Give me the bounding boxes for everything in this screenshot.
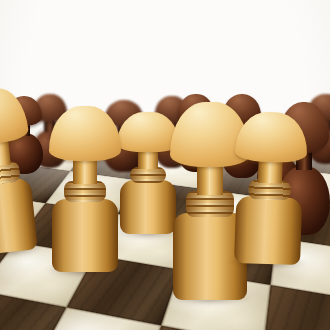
light-piece-cap <box>0 86 29 146</box>
light-piece-base <box>52 199 119 272</box>
chess-photo-scene <box>0 0 330 330</box>
light-piece[interactable] <box>47 106 123 272</box>
pieces-layer <box>0 0 330 330</box>
light-piece[interactable] <box>229 111 310 266</box>
light-piece-base <box>0 177 38 255</box>
light-piece-cap <box>49 106 122 161</box>
light-piece-base <box>234 196 303 265</box>
light-piece-cap <box>234 111 309 164</box>
